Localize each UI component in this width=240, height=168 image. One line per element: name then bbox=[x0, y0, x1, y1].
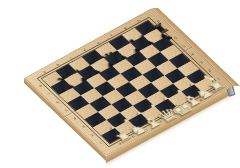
chess-board: aabbccddeeffgghh8877665544332211 ♜♞♝♛♚♝♞… bbox=[24, 8, 234, 156]
file-label-far: f bbox=[109, 33, 113, 36]
chess-set-photo: aabbccddeeffgghh8877665544332211 ♜♞♝♛♚♝♞… bbox=[0, 0, 240, 168]
